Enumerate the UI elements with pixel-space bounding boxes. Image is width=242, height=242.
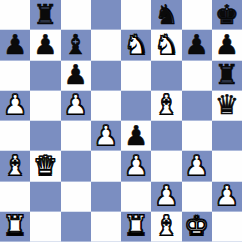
square-e5[interactable] [121, 91, 151, 121]
piece-white-rook[interactable]: ♜ [124, 212, 148, 239]
square-g3[interactable]: ♟ [182, 151, 212, 181]
piece-white-rook[interactable]: ♜ [3, 212, 27, 239]
piece-black-knight[interactable]: ♞ [154, 1, 178, 28]
square-h3[interactable] [212, 151, 242, 181]
piece-white-queen[interactable]: ♛ [33, 152, 57, 179]
square-h5[interactable]: ♛ [212, 91, 242, 121]
square-f5[interactable]: ♝ [151, 91, 181, 121]
square-a8[interactable] [0, 0, 30, 30]
square-g6[interactable] [182, 61, 212, 91]
square-e4[interactable]: ♟ [121, 121, 151, 151]
square-b1[interactable] [30, 212, 60, 242]
square-b5[interactable] [30, 91, 60, 121]
square-g5[interactable] [182, 91, 212, 121]
square-b4[interactable] [30, 121, 60, 151]
square-f2[interactable]: ♟ [151, 182, 181, 212]
square-e3[interactable]: ♟ [121, 151, 151, 181]
square-f7[interactable]: ♞ [151, 30, 181, 60]
square-g4[interactable] [182, 121, 212, 151]
piece-black-pawn[interactable]: ♟ [33, 31, 57, 58]
piece-white-pawn[interactable]: ♟ [94, 122, 118, 149]
piece-white-knight[interactable]: ♞ [154, 31, 178, 58]
piece-white-pawn[interactable]: ♟ [154, 182, 178, 209]
piece-black-bishop[interactable]: ♝ [64, 31, 88, 58]
square-e2[interactable] [121, 182, 151, 212]
square-d7[interactable] [91, 30, 121, 60]
piece-white-pawn[interactable]: ♟ [64, 91, 88, 118]
piece-black-rook[interactable]: ♜ [215, 61, 239, 88]
square-a5[interactable]: ♟ [0, 91, 30, 121]
square-d2[interactable] [91, 182, 121, 212]
square-d5[interactable] [91, 91, 121, 121]
piece-black-rook[interactable]: ♜ [33, 1, 57, 28]
piece-white-pawn[interactable]: ♟ [3, 91, 27, 118]
square-f3[interactable] [151, 151, 181, 181]
piece-black-pawn[interactable]: ♟ [124, 122, 148, 149]
square-c6[interactable]: ♟ [61, 61, 91, 91]
piece-white-king[interactable]: ♚ [185, 212, 209, 239]
square-b3[interactable]: ♛ [30, 151, 60, 181]
square-f6[interactable] [151, 61, 181, 91]
square-g1[interactable]: ♚ [182, 212, 212, 242]
square-g2[interactable] [182, 182, 212, 212]
square-a3[interactable]: ♝ [0, 151, 30, 181]
square-c8[interactable] [61, 0, 91, 30]
piece-white-pawn[interactable]: ♟ [124, 152, 148, 179]
square-b6[interactable] [30, 61, 60, 91]
square-h1[interactable] [212, 212, 242, 242]
piece-white-pawn[interactable]: ♟ [215, 182, 239, 209]
square-h8[interactable]: ♚ [212, 0, 242, 30]
piece-white-bishop[interactable]: ♝ [3, 152, 27, 179]
square-c2[interactable] [61, 182, 91, 212]
square-f1[interactable]: ♝ [151, 212, 181, 242]
square-d6[interactable] [91, 61, 121, 91]
square-c7[interactable]: ♝ [61, 30, 91, 60]
square-c5[interactable]: ♟ [61, 91, 91, 121]
piece-black-pawn[interactable]: ♟ [215, 31, 239, 58]
piece-black-pawn[interactable]: ♟ [3, 31, 27, 58]
square-c3[interactable] [61, 151, 91, 181]
piece-white-pawn[interactable]: ♟ [185, 152, 209, 179]
piece-black-pawn[interactable]: ♟ [185, 31, 209, 58]
piece-black-queen[interactable]: ♛ [215, 91, 239, 118]
square-a2[interactable] [0, 182, 30, 212]
square-g8[interactable] [182, 0, 212, 30]
square-d1[interactable] [91, 212, 121, 242]
square-d3[interactable] [91, 151, 121, 181]
square-f8[interactable]: ♞ [151, 0, 181, 30]
square-h2[interactable]: ♟ [212, 182, 242, 212]
piece-white-bishop[interactable]: ♝ [154, 91, 178, 118]
square-d8[interactable] [91, 0, 121, 30]
square-h7[interactable]: ♟ [212, 30, 242, 60]
square-c4[interactable] [61, 121, 91, 151]
square-a1[interactable]: ♜ [0, 212, 30, 242]
square-h6[interactable]: ♜ [212, 61, 242, 91]
square-f4[interactable] [151, 121, 181, 151]
square-b2[interactable] [30, 182, 60, 212]
piece-white-knight[interactable]: ♞ [124, 31, 148, 58]
square-a6[interactable] [0, 61, 30, 91]
square-e1[interactable]: ♜ [121, 212, 151, 242]
square-e8[interactable] [121, 0, 151, 30]
chess-board: ♜♞♚♟♟♝♞♞♟♟♟♜♟♟♝♛♟♟♝♛♟♟♟♟♜♜♝♚ [0, 0, 242, 242]
square-b7[interactable]: ♟ [30, 30, 60, 60]
square-e7[interactable]: ♞ [121, 30, 151, 60]
square-a7[interactable]: ♟ [0, 30, 30, 60]
square-e6[interactable] [121, 61, 151, 91]
piece-white-bishop[interactable]: ♝ [154, 212, 178, 239]
square-d4[interactable]: ♟ [91, 121, 121, 151]
square-g7[interactable]: ♟ [182, 30, 212, 60]
piece-black-king[interactable]: ♚ [215, 1, 239, 28]
square-h4[interactable] [212, 121, 242, 151]
square-a4[interactable] [0, 121, 30, 151]
square-c1[interactable] [61, 212, 91, 242]
square-b8[interactable]: ♜ [30, 0, 60, 30]
piece-black-pawn[interactable]: ♟ [64, 61, 88, 88]
